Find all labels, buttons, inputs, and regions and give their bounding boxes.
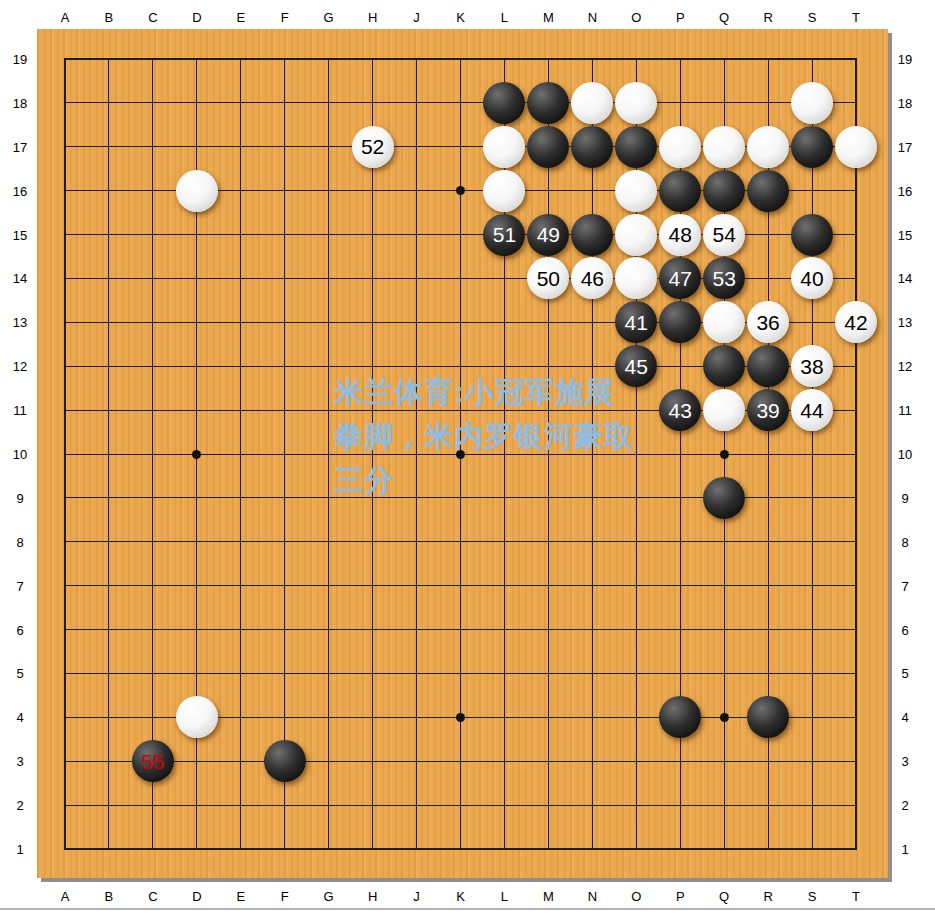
stone-black-F3 [264,740,306,782]
grid-line-horizontal [64,585,857,586]
go-diagram-page: AABBCCDDEEFFGGHHJJKKLLMMNNOOPPQQRRSSTT19… [0,0,935,915]
stone-move-number: 36 [756,312,779,333]
grid-line-horizontal [64,848,857,850]
stone-black-L18 [483,82,525,124]
coord-label-bottom-K: K [456,889,465,904]
stone-black-C3: 55 [132,740,174,782]
stone-white-T17 [835,126,877,168]
coord-label-top-M: M [543,10,554,25]
stone-white-N18 [571,82,613,124]
coord-label-left-16: 16 [13,183,27,198]
coord-label-bottom-C: C [148,889,157,904]
stone-black-M18 [527,82,569,124]
stone-move-number: 53 [712,268,735,289]
coord-label-bottom-D: D [192,889,201,904]
coord-label-left-1: 1 [16,842,23,857]
stone-white-L17 [483,126,525,168]
coord-label-bottom-R: R [763,889,772,904]
coord-label-top-F: F [281,10,289,25]
stone-white-S12: 38 [791,345,833,387]
stone-white-O16 [615,170,657,212]
grid-line-horizontal [64,629,857,630]
grid-line-horizontal [64,761,857,762]
coord-label-left-4: 4 [16,710,23,725]
coord-label-right-14: 14 [898,271,912,286]
coord-label-bottom-O: O [631,889,641,904]
stone-move-number: 51 [493,224,516,245]
coord-label-left-12: 12 [13,359,27,374]
coord-label-right-1: 1 [901,842,908,857]
coord-label-top-H: H [368,10,377,25]
stone-black-L15: 51 [483,214,525,256]
overlay-caption: 米兰体育:小冠军施展 拳脚，米内罗银河豪取 三分 [334,370,679,502]
stone-move-number: 55 [141,751,164,772]
bottom-divider [0,908,935,910]
coord-label-top-N: N [588,10,597,25]
coord-label-right-8: 8 [901,534,908,549]
coord-label-top-O: O [631,10,641,25]
coord-label-left-3: 3 [16,754,23,769]
stone-white-S11: 44 [791,389,833,431]
stone-move-number: 54 [712,224,735,245]
coord-label-right-13: 13 [898,315,912,330]
stone-white-P15: 48 [659,214,701,256]
coord-label-top-A: A [61,10,70,25]
stone-black-S17 [791,126,833,168]
star-point-Q4 [720,713,729,722]
coord-label-top-E: E [236,10,245,25]
stone-black-N15 [571,214,613,256]
stone-white-L16 [483,170,525,212]
coord-label-left-7: 7 [16,578,23,593]
coord-label-left-2: 2 [16,798,23,813]
coord-label-top-J: J [413,10,420,25]
coord-label-left-15: 15 [13,227,27,242]
stone-black-N17 [571,126,613,168]
stone-black-Q9 [703,477,745,519]
coord-label-bottom-E: E [236,889,245,904]
coord-label-bottom-A: A [61,889,70,904]
coord-label-bottom-T: T [852,889,860,904]
stone-black-S15 [791,214,833,256]
stone-white-O18 [615,82,657,124]
coord-label-right-19: 19 [898,52,912,67]
stone-move-number: 49 [537,224,560,245]
grid-line-horizontal [64,805,857,806]
stone-white-P17 [659,126,701,168]
coord-label-top-P: P [676,10,685,25]
stone-move-number: 48 [669,224,692,245]
coord-label-top-D: D [192,10,201,25]
coord-label-bottom-F: F [281,889,289,904]
coord-label-left-9: 9 [16,490,23,505]
coord-label-bottom-B: B [105,889,114,904]
coord-label-bottom-P: P [676,889,685,904]
coord-label-right-9: 9 [901,490,908,505]
coord-label-left-14: 14 [13,271,27,286]
coord-label-right-5: 5 [901,666,908,681]
stone-white-H17: 52 [352,126,394,168]
grid-line-horizontal [64,673,857,674]
stone-move-number: 44 [800,400,823,421]
coord-label-top-L: L [501,10,508,25]
stone-black-R11: 39 [747,389,789,431]
coord-label-right-2: 2 [901,798,908,813]
stone-white-S18 [791,82,833,124]
stone-move-number: 52 [361,136,384,157]
coord-label-right-4: 4 [901,710,908,725]
coord-label-right-10: 10 [898,447,912,462]
stone-black-M15: 49 [527,214,569,256]
stone-move-number: 42 [844,312,867,333]
coord-label-top-C: C [148,10,157,25]
coord-label-right-11: 11 [898,403,912,418]
coord-label-top-R: R [763,10,772,25]
coord-label-left-6: 6 [16,622,23,637]
grid-line-vertical [855,58,857,850]
coord-label-top-B: B [105,10,114,25]
coord-label-right-15: 15 [898,227,912,242]
coord-label-top-Q: Q [719,10,729,25]
coord-label-bottom-H: H [368,889,377,904]
coord-label-left-17: 17 [13,139,27,154]
star-point-K4 [456,713,465,722]
stone-black-M17 [527,126,569,168]
stone-white-O15 [615,214,657,256]
coord-label-left-18: 18 [13,95,27,110]
coord-label-bottom-N: N [588,889,597,904]
stone-white-D16 [176,170,218,212]
stone-white-D4 [176,696,218,738]
coord-label-right-16: 16 [898,183,912,198]
coord-label-right-18: 18 [898,95,912,110]
stone-black-Q16 [703,170,745,212]
stone-white-Q11 [703,389,745,431]
coord-label-right-3: 3 [901,754,908,769]
coord-label-bottom-M: M [543,889,554,904]
coord-label-bottom-J: J [413,889,420,904]
coord-label-bottom-Q: Q [719,889,729,904]
coord-label-left-5: 5 [16,666,23,681]
coord-label-bottom-L: L [501,889,508,904]
star-point-Q10 [720,450,729,459]
coord-label-bottom-G: G [324,889,334,904]
stone-move-number: 40 [800,268,823,289]
stone-move-number: 41 [625,312,648,333]
grid-line-horizontal [64,541,857,542]
star-point-D10 [192,450,201,459]
coord-label-top-S: S [808,10,817,25]
coord-label-right-17: 17 [898,139,912,154]
coord-label-top-T: T [852,10,860,25]
stone-black-R16 [747,170,789,212]
coord-label-left-11: 11 [13,403,27,418]
stone-black-P16 [659,170,701,212]
coord-label-right-7: 7 [901,578,908,593]
stone-move-number: 46 [581,268,604,289]
stone-white-R17 [747,126,789,168]
coord-label-left-10: 10 [13,447,27,462]
coord-label-left-13: 13 [13,315,27,330]
coord-label-right-12: 12 [898,359,912,374]
coord-label-left-19: 19 [13,52,27,67]
coord-label-bottom-S: S [808,889,817,904]
stone-white-Q17 [703,126,745,168]
grid-line-vertical [812,58,813,850]
coord-label-top-G: G [324,10,334,25]
stone-white-Q15: 54 [703,214,745,256]
coord-label-left-8: 8 [16,534,23,549]
stone-move-number: 38 [800,356,823,377]
stone-move-number: 50 [537,268,560,289]
stone-black-O17 [615,126,657,168]
coord-label-right-6: 6 [901,622,908,637]
coord-label-top-K: K [456,10,465,25]
stone-move-number: 47 [669,268,692,289]
stone-move-number: 39 [756,400,779,421]
